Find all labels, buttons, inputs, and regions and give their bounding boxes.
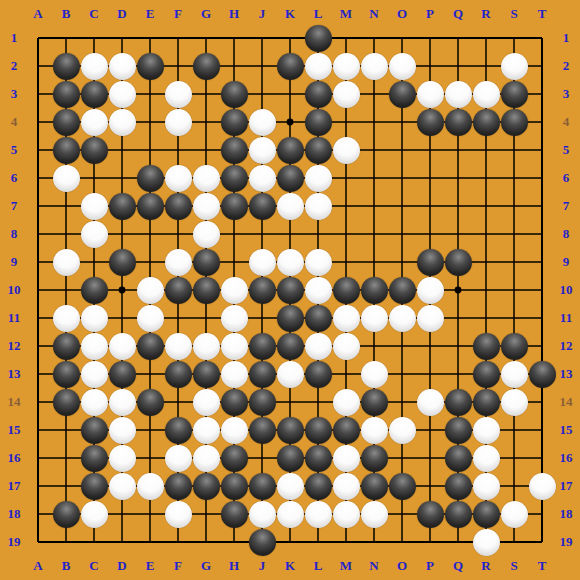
stone-black-L3	[305, 81, 332, 108]
stone-black-Q14	[445, 389, 472, 416]
stone-black-H5	[221, 137, 248, 164]
coordinate-label-4: 4	[552, 108, 580, 136]
coordinate-label-10: 10	[552, 276, 580, 304]
stone-black-N10	[361, 277, 388, 304]
stone-white-M2	[333, 53, 360, 80]
stone-white-C7	[81, 193, 108, 220]
stone-white-O11	[389, 305, 416, 332]
stone-white-P11	[417, 305, 444, 332]
stone-black-E7	[137, 193, 164, 220]
stone-white-F9	[165, 249, 192, 276]
coordinate-label-7: 7	[0, 192, 28, 220]
coordinate-label-10: 10	[0, 276, 28, 304]
stone-black-C17	[81, 473, 108, 500]
coordinate-label-16: 16	[0, 444, 28, 472]
stone-white-J18	[249, 501, 276, 528]
coordinate-label-G: G	[192, 552, 220, 580]
stone-black-O10	[389, 277, 416, 304]
coordinate-label-13: 13	[552, 360, 580, 388]
stone-black-N17	[361, 473, 388, 500]
coordinate-label-B: B	[52, 0, 80, 28]
stone-white-F6	[165, 165, 192, 192]
stone-white-H12	[221, 333, 248, 360]
coordinate-label-A: A	[24, 0, 52, 28]
stone-white-D3	[109, 81, 136, 108]
coordinate-label-E: E	[136, 552, 164, 580]
stone-white-H13	[221, 361, 248, 388]
stone-black-N14	[361, 389, 388, 416]
coordinate-label-5: 5	[552, 136, 580, 164]
stone-white-K9	[277, 249, 304, 276]
stone-white-L2	[305, 53, 332, 80]
stone-black-H3	[221, 81, 248, 108]
stone-black-G10	[193, 277, 220, 304]
coordinate-label-F: F	[164, 552, 192, 580]
stone-white-D12	[109, 333, 136, 360]
stone-white-Q3	[445, 81, 472, 108]
coordinate-label-12: 12	[0, 332, 28, 360]
stone-black-L11	[305, 305, 332, 332]
stone-white-K13	[277, 361, 304, 388]
coordinate-label-15: 15	[0, 416, 28, 444]
stone-white-F16	[165, 445, 192, 472]
stone-black-L17	[305, 473, 332, 500]
coordinate-label-H: H	[220, 0, 248, 28]
coordinate-label-18: 18	[552, 500, 580, 528]
stone-white-K18	[277, 501, 304, 528]
stone-white-P10	[417, 277, 444, 304]
stone-black-L15	[305, 417, 332, 444]
coordinate-label-7: 7	[552, 192, 580, 220]
stone-white-S2	[501, 53, 528, 80]
stone-white-C11	[81, 305, 108, 332]
coordinate-label-S: S	[500, 552, 528, 580]
stone-black-E12	[137, 333, 164, 360]
stone-white-L6	[305, 165, 332, 192]
coordinate-label-Q: Q	[444, 0, 472, 28]
stone-black-D13	[109, 361, 136, 388]
stone-black-G17	[193, 473, 220, 500]
stone-white-O15	[389, 417, 416, 444]
stone-white-G16	[193, 445, 220, 472]
coordinate-label-P: P	[416, 552, 444, 580]
stone-white-F12	[165, 333, 192, 360]
stone-black-H14	[221, 389, 248, 416]
stone-white-N13	[361, 361, 388, 388]
stone-white-T17	[529, 473, 556, 500]
stone-white-M18	[333, 501, 360, 528]
stone-black-B13	[53, 361, 80, 388]
coordinate-label-2: 2	[552, 52, 580, 80]
star-point	[119, 287, 126, 294]
stone-black-C10	[81, 277, 108, 304]
coordinate-label-B: B	[52, 552, 80, 580]
stone-black-G13	[193, 361, 220, 388]
star-point	[287, 119, 294, 126]
stone-black-K2	[277, 53, 304, 80]
coordinate-label-A: A	[24, 552, 52, 580]
coordinate-label-1: 1	[552, 24, 580, 52]
stone-white-D14	[109, 389, 136, 416]
stone-white-M3	[333, 81, 360, 108]
coordinate-label-8: 8	[0, 220, 28, 248]
stone-black-B3	[53, 81, 80, 108]
stone-white-J6	[249, 165, 276, 192]
stone-white-C18	[81, 501, 108, 528]
coordinate-label-N: N	[360, 0, 388, 28]
stone-black-Q4	[445, 109, 472, 136]
stone-black-Q15	[445, 417, 472, 444]
stone-black-H16	[221, 445, 248, 472]
stone-white-M17	[333, 473, 360, 500]
stone-black-R14	[473, 389, 500, 416]
stone-black-J12	[249, 333, 276, 360]
stone-black-J14	[249, 389, 276, 416]
coordinate-label-19: 19	[0, 528, 28, 556]
stone-black-H17	[221, 473, 248, 500]
stone-black-Q16	[445, 445, 472, 472]
coordinate-label-S: S	[500, 0, 528, 28]
stone-black-B12	[53, 333, 80, 360]
stone-black-L5	[305, 137, 332, 164]
coordinate-label-1: 1	[0, 24, 28, 52]
stone-black-L4	[305, 109, 332, 136]
coordinate-label-5: 5	[0, 136, 28, 164]
coordinate-label-D: D	[108, 0, 136, 28]
stone-black-P18	[417, 501, 444, 528]
stone-black-Q9	[445, 249, 472, 276]
stone-white-B6	[53, 165, 80, 192]
stone-black-R13	[473, 361, 500, 388]
coordinate-label-12: 12	[552, 332, 580, 360]
stone-black-K6	[277, 165, 304, 192]
stone-black-R12	[473, 333, 500, 360]
stone-black-O17	[389, 473, 416, 500]
stone-white-G6	[193, 165, 220, 192]
coordinate-label-L: L	[304, 552, 332, 580]
coordinate-label-C: C	[80, 0, 108, 28]
stone-black-K16	[277, 445, 304, 472]
stone-black-P4	[417, 109, 444, 136]
stone-white-H10	[221, 277, 248, 304]
stone-white-L12	[305, 333, 332, 360]
stone-black-G9	[193, 249, 220, 276]
stone-black-B4	[53, 109, 80, 136]
coordinate-label-16: 16	[552, 444, 580, 472]
coordinate-label-17: 17	[552, 472, 580, 500]
stone-white-N2	[361, 53, 388, 80]
stone-black-M10	[333, 277, 360, 304]
stone-white-D2	[109, 53, 136, 80]
coordinate-label-P: P	[416, 0, 444, 28]
stone-white-R19	[473, 529, 500, 556]
stone-black-Q17	[445, 473, 472, 500]
stone-white-G12	[193, 333, 220, 360]
coordinate-label-6: 6	[0, 164, 28, 192]
stone-white-H15	[221, 417, 248, 444]
stone-black-J7	[249, 193, 276, 220]
stone-white-G14	[193, 389, 220, 416]
stone-white-E10	[137, 277, 164, 304]
coordinate-label-K: K	[276, 0, 304, 28]
stone-white-C14	[81, 389, 108, 416]
stone-black-R18	[473, 501, 500, 528]
stone-black-K15	[277, 417, 304, 444]
stone-black-J19	[249, 529, 276, 556]
stone-white-S13	[501, 361, 528, 388]
stone-white-F18	[165, 501, 192, 528]
coordinate-label-E: E	[136, 0, 164, 28]
stone-white-M14	[333, 389, 360, 416]
stone-white-R16	[473, 445, 500, 472]
coordinate-label-3: 3	[0, 80, 28, 108]
stone-black-F7	[165, 193, 192, 220]
stone-white-N11	[361, 305, 388, 332]
stone-black-B2	[53, 53, 80, 80]
stone-black-J13	[249, 361, 276, 388]
coordinate-label-O: O	[388, 552, 416, 580]
stone-white-B11	[53, 305, 80, 332]
stone-black-D9	[109, 249, 136, 276]
stone-white-G7	[193, 193, 220, 220]
stone-black-F17	[165, 473, 192, 500]
stone-black-J15	[249, 417, 276, 444]
coordinate-label-17: 17	[0, 472, 28, 500]
stone-black-H6	[221, 165, 248, 192]
stone-black-E2	[137, 53, 164, 80]
coordinate-label-8: 8	[552, 220, 580, 248]
coordinate-label-N: N	[360, 552, 388, 580]
stone-white-L10	[305, 277, 332, 304]
stone-black-D7	[109, 193, 136, 220]
stone-black-L16	[305, 445, 332, 472]
coordinate-label-6: 6	[552, 164, 580, 192]
stone-white-R3	[473, 81, 500, 108]
coordinate-label-2: 2	[0, 52, 28, 80]
coordinate-label-15: 15	[552, 416, 580, 444]
stone-white-H11	[221, 305, 248, 332]
stone-black-B5	[53, 137, 80, 164]
stone-black-Q18	[445, 501, 472, 528]
stone-white-F3	[165, 81, 192, 108]
coordinate-label-4: 4	[0, 108, 28, 136]
stone-white-C2	[81, 53, 108, 80]
stone-white-N15	[361, 417, 388, 444]
stone-white-F4	[165, 109, 192, 136]
stone-white-M16	[333, 445, 360, 472]
stone-black-L1	[305, 25, 332, 52]
stone-black-E14	[137, 389, 164, 416]
star-point	[455, 287, 462, 294]
coordinate-label-R: R	[472, 552, 500, 580]
coordinate-label-H: H	[220, 552, 248, 580]
stone-black-C16	[81, 445, 108, 472]
coordinate-label-J: J	[248, 552, 276, 580]
stone-white-C4	[81, 109, 108, 136]
stone-white-G15	[193, 417, 220, 444]
coordinate-label-R: R	[472, 0, 500, 28]
stone-black-G2	[193, 53, 220, 80]
coordinate-label-3: 3	[552, 80, 580, 108]
coordinate-label-14: 14	[552, 388, 580, 416]
stone-white-L18	[305, 501, 332, 528]
coordinate-label-G: G	[192, 0, 220, 28]
stone-black-P9	[417, 249, 444, 276]
coordinate-label-K: K	[276, 552, 304, 580]
stone-black-B14	[53, 389, 80, 416]
stone-black-N16	[361, 445, 388, 472]
stone-black-R4	[473, 109, 500, 136]
stone-black-B18	[53, 501, 80, 528]
stone-white-E11	[137, 305, 164, 332]
coordinate-label-9: 9	[0, 248, 28, 276]
stone-white-J5	[249, 137, 276, 164]
stone-black-E6	[137, 165, 164, 192]
stone-white-J4	[249, 109, 276, 136]
stone-black-S12	[501, 333, 528, 360]
stone-white-D16	[109, 445, 136, 472]
stone-white-L9	[305, 249, 332, 276]
stone-black-J10	[249, 277, 276, 304]
stone-white-O2	[389, 53, 416, 80]
stone-black-F15	[165, 417, 192, 444]
stone-white-G8	[193, 221, 220, 248]
stone-black-H4	[221, 109, 248, 136]
stone-white-K17	[277, 473, 304, 500]
stone-black-O3	[389, 81, 416, 108]
stone-white-C8	[81, 221, 108, 248]
stone-black-M15	[333, 417, 360, 444]
stone-black-S4	[501, 109, 528, 136]
coordinate-label-M: M	[332, 0, 360, 28]
stone-white-M5	[333, 137, 360, 164]
coordinate-label-19: 19	[552, 528, 580, 556]
stone-white-C13	[81, 361, 108, 388]
stone-white-R17	[473, 473, 500, 500]
stone-white-S14	[501, 389, 528, 416]
stone-white-D4	[109, 109, 136, 136]
stone-white-M12	[333, 333, 360, 360]
stone-black-H18	[221, 501, 248, 528]
stone-black-K11	[277, 305, 304, 332]
coordinate-label-C: C	[80, 552, 108, 580]
stone-black-S3	[501, 81, 528, 108]
stone-black-C15	[81, 417, 108, 444]
coordinate-label-11: 11	[552, 304, 580, 332]
coordinate-label-14: 14	[0, 388, 28, 416]
stone-white-D17	[109, 473, 136, 500]
stone-black-J17	[249, 473, 276, 500]
stone-white-R15	[473, 417, 500, 444]
stone-black-L13	[305, 361, 332, 388]
stone-white-P3	[417, 81, 444, 108]
coordinate-label-18: 18	[0, 500, 28, 528]
coordinate-label-F: F	[164, 0, 192, 28]
stone-black-H7	[221, 193, 248, 220]
coordinate-label-9: 9	[552, 248, 580, 276]
coordinate-label-M: M	[332, 552, 360, 580]
go-board-diagram: ABCDEFGHJKLMNOPQRST ABCDEFGHJKLMNOPQRST …	[0, 0, 580, 580]
stone-white-S18	[501, 501, 528, 528]
coordinate-label-T: T	[528, 552, 556, 580]
coordinate-label-Q: Q	[444, 552, 472, 580]
stone-white-D15	[109, 417, 136, 444]
coordinate-label-11: 11	[0, 304, 28, 332]
coordinate-label-J: J	[248, 0, 276, 28]
stone-black-K10	[277, 277, 304, 304]
stone-white-M11	[333, 305, 360, 332]
coordinate-label-13: 13	[0, 360, 28, 388]
stone-black-F13	[165, 361, 192, 388]
stone-black-C5	[81, 137, 108, 164]
stone-white-E17	[137, 473, 164, 500]
stone-white-C12	[81, 333, 108, 360]
coordinate-label-O: O	[388, 0, 416, 28]
stone-white-P14	[417, 389, 444, 416]
stone-white-J9	[249, 249, 276, 276]
stone-black-K5	[277, 137, 304, 164]
stone-white-N18	[361, 501, 388, 528]
stone-black-F10	[165, 277, 192, 304]
stone-black-K12	[277, 333, 304, 360]
coordinate-label-D: D	[108, 552, 136, 580]
stone-white-K7	[277, 193, 304, 220]
stone-black-T13	[529, 361, 556, 388]
stone-black-C3	[81, 81, 108, 108]
stone-white-L7	[305, 193, 332, 220]
coordinate-label-L: L	[304, 0, 332, 28]
stone-white-B9	[53, 249, 80, 276]
